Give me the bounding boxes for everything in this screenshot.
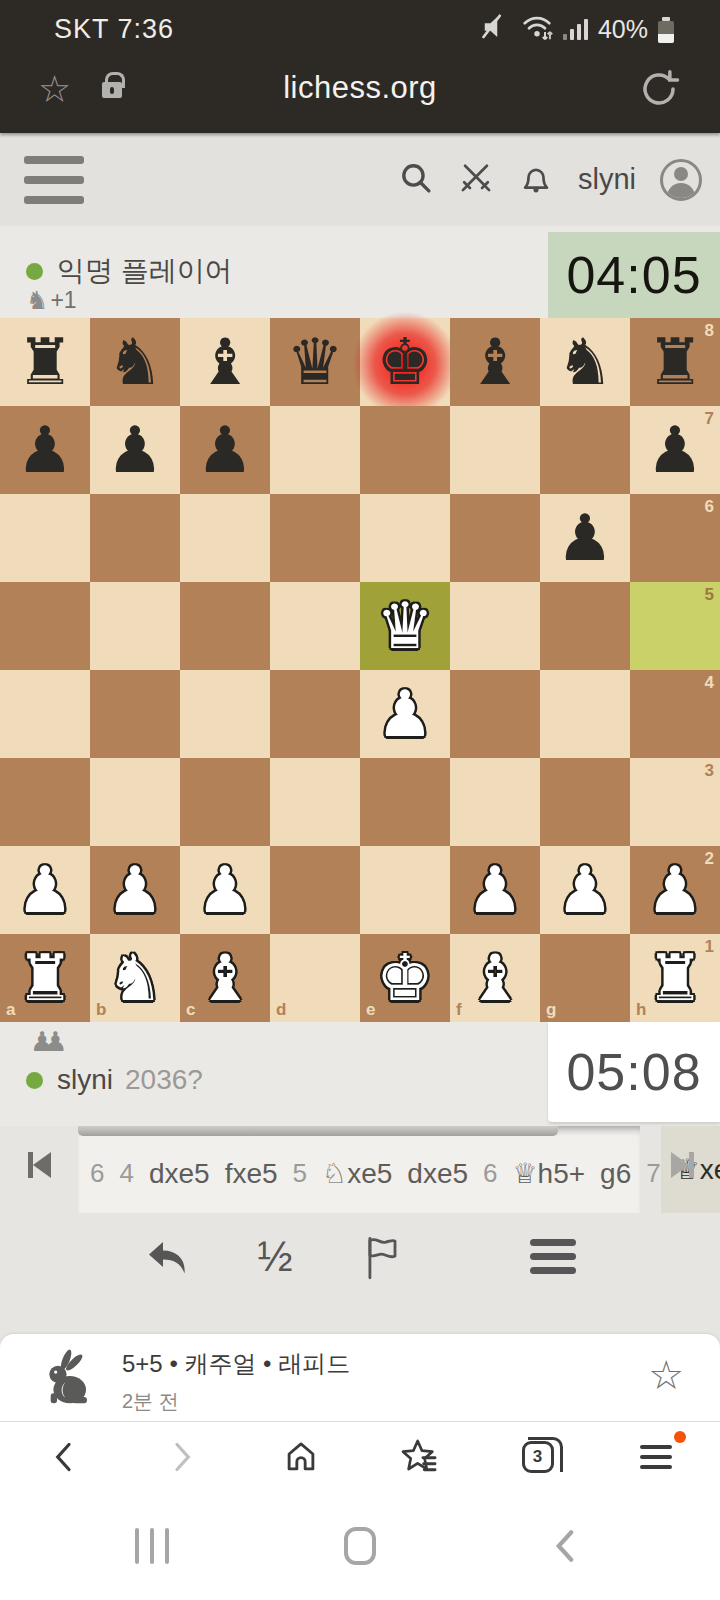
- signal-icon: [563, 18, 588, 40]
- square-e3[interactable]: [360, 758, 450, 846]
- black-pawn[interactable]: ♟: [16, 406, 73, 494]
- player-rating: 2036?: [125, 1064, 203, 1096]
- home-button[interactable]: [279, 1435, 323, 1479]
- square-e5[interactable]: ♛: [360, 582, 450, 670]
- opponent-captured-pieces: ♞ +1: [26, 286, 77, 315]
- square-a7[interactable]: ♟: [0, 406, 90, 494]
- rank-label-1: 1: [705, 937, 714, 957]
- square-g6[interactable]: ♟: [540, 494, 630, 582]
- square-b4[interactable]: [90, 670, 180, 758]
- resign-flag-button[interactable]: [358, 1232, 408, 1282]
- square-c2[interactable]: ♟: [180, 846, 270, 934]
- refresh-icon[interactable]: [638, 68, 680, 114]
- file-label-c: c: [186, 1000, 195, 1020]
- opponent-clock: 04:05: [548, 232, 720, 318]
- square-g1[interactable]: g: [540, 934, 630, 1022]
- notifications-bell-icon[interactable]: [518, 160, 554, 200]
- white-rook[interactable]: ♜: [16, 934, 73, 1022]
- rank-label-6: 6: [705, 497, 714, 517]
- black-rook[interactable]: ♜: [16, 318, 73, 406]
- battery-icon: [658, 17, 674, 43]
- tabs-button[interactable]: 3: [516, 1435, 560, 1479]
- rank-label-4: 4: [705, 673, 714, 693]
- white-rook[interactable]: ♜: [646, 934, 703, 1022]
- square-d8[interactable]: ♛: [270, 318, 360, 406]
- opponent-info-row: 익명 플레이어 ♞ +1 04:05: [0, 226, 720, 318]
- file-label-d: d: [276, 1000, 286, 1020]
- square-b2[interactable]: ♟: [90, 846, 180, 934]
- move[interactable]: dxe5: [149, 1158, 210, 1190]
- file-label-e: e: [366, 1000, 375, 1020]
- browser-chrome: SKT 7:36 40% ☆ lichess.org: [0, 0, 720, 133]
- rank-label-8: 8: [705, 321, 714, 341]
- move-list-panel[interactable]: 64dxe5fxe55♘xe5dxe56♕h5+g67 ♕xe5+: [78, 1126, 640, 1213]
- square-f3[interactable]: [450, 758, 540, 846]
- white-pawn[interactable]: ♟: [16, 846, 73, 934]
- square-e1[interactable]: ♚e: [360, 934, 450, 1022]
- white-bishop[interactable]: ♝: [196, 934, 253, 1022]
- square-f6[interactable]: [450, 494, 540, 582]
- search-icon[interactable]: [398, 160, 434, 200]
- rapid-rabbit-icon: [38, 1346, 96, 1412]
- square-d1[interactable]: d: [270, 934, 360, 1022]
- wifi-icon: [521, 12, 553, 46]
- square-c4[interactable]: [180, 670, 270, 758]
- player-clock: 05:08: [548, 1022, 720, 1122]
- player-captured-pieces: ♟♟: [30, 1026, 100, 1058]
- move-number: 6: [483, 1158, 497, 1189]
- black-king[interactable]: ♚: [376, 318, 433, 406]
- square-a6[interactable]: [0, 494, 90, 582]
- favorite-star-icon[interactable]: ☆: [648, 1352, 684, 1398]
- notification-dot: [674, 1431, 686, 1443]
- offer-draw-button[interactable]: ½: [250, 1232, 300, 1282]
- mute-icon: [481, 12, 511, 46]
- move[interactable]: ♕h5+: [513, 1157, 586, 1190]
- square-c1[interactable]: ♝c: [180, 934, 270, 1022]
- square-a5[interactable]: [0, 582, 90, 670]
- black-bishop[interactable]: ♝: [196, 318, 253, 406]
- material-advantage: +1: [50, 287, 76, 314]
- square-h2[interactable]: ♟2: [630, 846, 720, 934]
- game-time-ago: 2분 전: [122, 1388, 350, 1415]
- square-b6[interactable]: [90, 494, 180, 582]
- url-bar[interactable]: ☆ lichess.org: [0, 56, 720, 126]
- square-d3[interactable]: [270, 758, 360, 846]
- battery-percent-label: 40%: [598, 15, 648, 44]
- white-pawn[interactable]: ♟: [466, 846, 523, 934]
- white-pawn[interactable]: ♟: [196, 846, 253, 934]
- black-queen[interactable]: ♛: [286, 318, 343, 406]
- online-dot: [26, 263, 43, 280]
- square-a4[interactable]: [0, 670, 90, 758]
- square-h6[interactable]: 6: [630, 494, 720, 582]
- url-text[interactable]: lichess.org: [0, 70, 720, 106]
- square-d6[interactable]: [270, 494, 360, 582]
- white-king[interactable]: ♚: [376, 934, 433, 1022]
- avatar[interactable]: [660, 159, 702, 201]
- square-e2[interactable]: [360, 846, 450, 934]
- square-b3[interactable]: [90, 758, 180, 846]
- status-icons: 40%: [481, 14, 674, 44]
- square-d2[interactable]: [270, 846, 360, 934]
- square-g4[interactable]: [540, 670, 630, 758]
- square-f1[interactable]: ♝f: [450, 934, 540, 1022]
- square-b8[interactable]: ♞: [90, 318, 180, 406]
- square-f7[interactable]: [450, 406, 540, 494]
- square-c6[interactable]: [180, 494, 270, 582]
- online-dot: [26, 1072, 43, 1089]
- black-knight[interactable]: ♞: [106, 318, 163, 406]
- site-header: slyni: [0, 133, 720, 226]
- square-b7[interactable]: ♟: [90, 406, 180, 494]
- android-back-button[interactable]: [550, 1526, 580, 1566]
- square-g8[interactable]: ♞: [540, 318, 630, 406]
- browser-nav-bar: 3: [0, 1421, 720, 1491]
- android-home-button[interactable]: [344, 1527, 376, 1565]
- move-number: 4: [119, 1158, 133, 1189]
- move-list-scrollbar[interactable]: [78, 1126, 558, 1136]
- file-label-h: h: [636, 1000, 646, 1020]
- square-d4[interactable]: [270, 670, 360, 758]
- rank-label-3: 3: [705, 761, 714, 781]
- black-knight[interactable]: ♞: [556, 318, 613, 406]
- square-g3[interactable]: [540, 758, 630, 846]
- square-e7[interactable]: [360, 406, 450, 494]
- carrier-time-label: SKT 7:36: [54, 14, 174, 45]
- square-h5[interactable]: 5: [630, 582, 720, 670]
- skip-to-first-button[interactable]: [28, 1152, 51, 1178]
- square-f4[interactable]: [450, 670, 540, 758]
- black-rook[interactable]: ♜: [646, 318, 703, 406]
- square-c5[interactable]: [180, 582, 270, 670]
- square-h3[interactable]: 3: [630, 758, 720, 846]
- white-bishop[interactable]: ♝: [466, 934, 523, 1022]
- white-pawn[interactable]: ♟: [376, 670, 433, 758]
- square-b5[interactable]: [90, 582, 180, 670]
- challenge-swords-icon[interactable]: [458, 160, 494, 200]
- white-pawn[interactable]: ♟: [646, 846, 703, 934]
- status-bar: SKT 7:36 40%: [0, 6, 720, 50]
- black-pawn[interactable]: ♟: [106, 406, 163, 494]
- file-label-g: g: [546, 1000, 556, 1020]
- game-action-bar: ½: [0, 1213, 720, 1300]
- tab-count: 3: [522, 1441, 554, 1473]
- file-label-a: a: [6, 1000, 15, 1020]
- bookmarks-button[interactable]: [397, 1435, 441, 1479]
- white-pawn[interactable]: ♟: [556, 846, 613, 934]
- square-e4[interactable]: ♟: [360, 670, 450, 758]
- player-name: slyni: [57, 1064, 113, 1096]
- skip-to-last-button[interactable]: [671, 1152, 694, 1178]
- square-e8[interactable]: ♚: [360, 318, 450, 406]
- file-label-f: f: [456, 1000, 462, 1020]
- move[interactable]: dxe5: [407, 1158, 468, 1190]
- square-f2[interactable]: ♟: [450, 846, 540, 934]
- takeback-button[interactable]: [142, 1232, 192, 1282]
- square-f8[interactable]: ♝: [450, 318, 540, 406]
- move[interactable]: fxe5: [225, 1158, 278, 1190]
- square-a3[interactable]: [0, 758, 90, 846]
- square-h8[interactable]: ♜8: [630, 318, 720, 406]
- game-menu-button[interactable]: [528, 1232, 578, 1282]
- square-e6[interactable]: [360, 494, 450, 582]
- forward-button[interactable]: [160, 1435, 204, 1479]
- move-list: 64dxe5fxe55♘xe5dxe56♕h5+g67: [78, 1126, 661, 1213]
- black-pawn[interactable]: ♟: [196, 406, 253, 494]
- game-info-card: 5+5 • 캐주얼 • 래피드 2분 전 ☆: [0, 1334, 720, 1421]
- black-pawn[interactable]: ♟: [556, 494, 613, 582]
- move-number: 6: [90, 1158, 104, 1189]
- site-menu-button[interactable]: [24, 152, 84, 208]
- recents-button[interactable]: [135, 1528, 169, 1564]
- chess-board[interactable]: ♜♞♝♛♚♝♞♜8♟♟♟♟7♟6♛5♟43♟♟♟♟♟♟2♜a♞b♝cd♚e♝fg…: [0, 318, 720, 1022]
- move-number: 5: [293, 1158, 307, 1189]
- square-c3[interactable]: [180, 758, 270, 846]
- browser-menu-button[interactable]: [634, 1435, 678, 1479]
- square-g7[interactable]: [540, 406, 630, 494]
- game-setup-label: 5+5 • 캐주얼 • 래피드: [122, 1348, 350, 1380]
- square-c8[interactable]: ♝: [180, 318, 270, 406]
- white-queen[interactable]: ♛: [376, 582, 433, 670]
- file-label-b: b: [96, 1000, 106, 1020]
- square-g2[interactable]: ♟: [540, 846, 630, 934]
- square-a8[interactable]: ♜: [0, 318, 90, 406]
- square-h1[interactable]: ♜1h: [630, 934, 720, 1022]
- rank-label-2: 2: [705, 849, 714, 869]
- rank-label-7: 7: [705, 409, 714, 429]
- square-a1[interactable]: ♜a: [0, 934, 90, 1022]
- square-h4[interactable]: 4: [630, 670, 720, 758]
- square-d5[interactable]: [270, 582, 360, 670]
- square-g5[interactable]: [540, 582, 630, 670]
- opponent-name: 익명 플레이어: [57, 252, 233, 290]
- rank-label-5: 5: [705, 585, 714, 605]
- square-c7[interactable]: ♟: [180, 406, 270, 494]
- black-pawn[interactable]: ♟: [646, 406, 703, 494]
- square-a2[interactable]: ♟: [0, 846, 90, 934]
- android-nav-bar: [0, 1491, 720, 1600]
- square-h7[interactable]: ♟7: [630, 406, 720, 494]
- player-info-row: ♟♟ slyni 2036? 05:08: [0, 1022, 720, 1126]
- move-number: 7: [646, 1158, 660, 1189]
- black-bishop[interactable]: ♝: [466, 318, 523, 406]
- move-list-bar: 64dxe5fxe55♘xe5dxe56♕h5+g67 ♕xe5+: [0, 1126, 720, 1213]
- white-pawn[interactable]: ♟: [106, 846, 163, 934]
- white-knight[interactable]: ♞: [106, 934, 163, 1022]
- move[interactable]: ♘xe5: [322, 1157, 392, 1190]
- square-d7[interactable]: [270, 406, 360, 494]
- back-button[interactable]: [42, 1435, 86, 1479]
- username-label[interactable]: slyni: [578, 163, 636, 196]
- captured-knight-icon: ♞: [26, 286, 48, 315]
- square-f5[interactable]: [450, 582, 540, 670]
- move[interactable]: g6: [600, 1158, 631, 1190]
- square-b1[interactable]: ♞b: [90, 934, 180, 1022]
